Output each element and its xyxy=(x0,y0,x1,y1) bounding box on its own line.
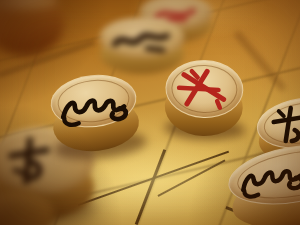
xiangqi-photo-scene xyxy=(0,0,300,225)
black-soldier-character xyxy=(4,136,54,188)
black-soldier-character xyxy=(271,105,300,145)
piece-black-horse-main[interactable] xyxy=(46,71,144,160)
piece-red-soldier[interactable] xyxy=(162,59,249,142)
piece-top-face xyxy=(0,0,58,10)
black-character-blurred xyxy=(110,28,172,52)
